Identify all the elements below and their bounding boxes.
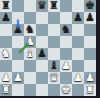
piece-white-bishop-c4[interactable]: ♝ [24,48,36,60]
square-h4[interactable] [84,48,96,60]
square-a4[interactable]: ♞ [0,48,12,60]
piece-black-rook-e8[interactable]: ♜ [48,0,60,12]
piece-black-knight-f6[interactable]: ♞ [60,24,72,36]
piece-white-knight-a4[interactable]: ♞ [0,48,12,60]
chess-board: ♜♛♜♚♟♟♟♟♞♞♟♞♝♟♝♟♟♟♛♟♟♜♚♜ [0,0,96,96]
square-d6[interactable] [36,24,48,36]
square-c3[interactable] [24,60,36,72]
piece-white-rook-h1[interactable]: ♜ [84,84,96,96]
square-a1[interactable]: ♜ [0,84,12,96]
square-h6[interactable] [84,24,96,36]
square-b2[interactable]: ♟ [12,72,24,84]
piece-black-queen-d8[interactable]: ♛ [36,0,48,12]
square-e2[interactable]: ♛ [48,72,60,84]
square-c8[interactable] [24,0,36,12]
square-f6[interactable]: ♞ [60,24,72,36]
square-d8[interactable]: ♛ [36,0,48,12]
square-g4[interactable] [72,48,84,60]
square-b6[interactable]: ♟ [12,24,24,36]
piece-black-pawn-a7[interactable]: ♟ [0,12,12,24]
piece-white-rook-a1[interactable]: ♜ [0,84,12,96]
square-b8[interactable] [12,0,24,12]
square-f8[interactable] [60,0,72,12]
square-d3[interactable] [36,60,48,72]
square-f5[interactable] [60,36,72,48]
square-e1[interactable] [48,84,60,96]
square-f3[interactable]: ♟ [60,60,72,72]
square-g6[interactable] [72,24,84,36]
piece-black-pawn-h7[interactable]: ♟ [84,12,96,24]
square-d2[interactable] [36,72,48,84]
square-h1[interactable]: ♜ [84,84,96,96]
square-b5[interactable] [12,36,24,48]
square-c2[interactable] [24,72,36,84]
square-d1[interactable] [36,84,48,96]
square-e8[interactable]: ♜ [48,0,60,12]
square-g2[interactable]: ♟ [72,72,84,84]
piece-white-pawn-b2[interactable]: ♟ [12,72,24,84]
piece-white-pawn-f3[interactable]: ♟ [60,60,72,72]
piece-white-king-f1[interactable]: ♚ [60,84,72,96]
square-d4[interactable]: ♟ [36,48,48,60]
piece-black-pawn-g7[interactable]: ♟ [72,12,84,24]
square-g5[interactable] [72,36,84,48]
square-h7[interactable]: ♟ [84,12,96,24]
piece-white-pawn-g2[interactable]: ♟ [72,72,84,84]
square-c4[interactable]: ♝ [24,48,36,60]
board-grid: ♜♛♜♚♟♟♟♟♞♞♟♞♝♟♝♟♟♟♛♟♟♜♚♜ [0,0,96,96]
chess-app-page: ♜♛♜♚♟♟♟♟♞♞♟♞♝♟♝♟♟♟♛♟♟♜♚♜ [0,0,100,98]
square-a7[interactable]: ♟ [0,12,12,24]
square-d7[interactable] [36,12,48,24]
piece-white-queen-e2[interactable]: ♛ [48,72,60,84]
piece-black-pawn-b6[interactable]: ♟ [12,24,24,36]
square-g1[interactable] [72,84,84,96]
square-e6[interactable] [48,24,60,36]
square-a6[interactable] [0,24,12,36]
square-e7[interactable] [48,12,60,24]
square-e5[interactable] [48,36,60,48]
square-c1[interactable] [24,84,36,96]
square-b1[interactable] [12,84,24,96]
piece-black-pawn-d4[interactable]: ♟ [36,48,48,60]
square-b4[interactable] [12,48,24,60]
square-f1[interactable]: ♚ [60,84,72,96]
square-g7[interactable]: ♟ [72,12,84,24]
square-h5[interactable] [84,36,96,48]
